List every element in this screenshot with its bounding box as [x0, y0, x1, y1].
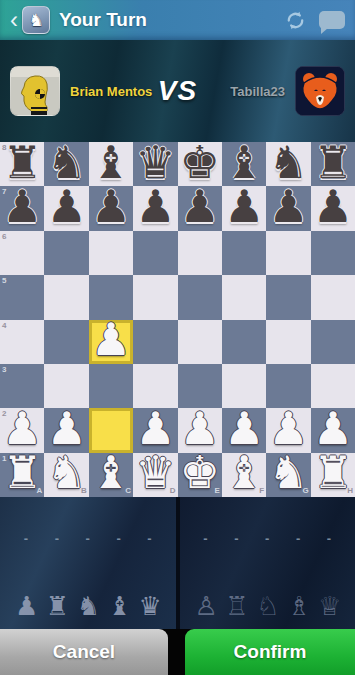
- piece-white-pawn: ♟: [224, 407, 264, 451]
- confirm-button[interactable]: Confirm: [185, 629, 355, 675]
- square-c4[interactable]: ♟: [89, 320, 133, 364]
- square-g1[interactable]: G♞: [266, 453, 310, 497]
- tray-right-dashes: -----: [186, 531, 350, 546]
- square-e6[interactable]: [178, 231, 222, 275]
- square-e5[interactable]: [178, 275, 222, 319]
- captured-count-empty: -: [15, 531, 37, 546]
- piece-black-pawn: ♟: [224, 185, 264, 229]
- action-bar: Cancel Confirm: [0, 629, 355, 675]
- square-a6[interactable]: 6: [0, 231, 44, 275]
- rank-label: 3: [2, 366, 6, 374]
- piece-black-queen: ♛: [135, 141, 175, 185]
- captured-count-empty: -: [194, 531, 216, 546]
- back-chevron-icon[interactable]: ‹: [10, 8, 18, 32]
- square-a5[interactable]: 5: [0, 275, 44, 319]
- square-c1[interactable]: C♝: [89, 453, 133, 497]
- top-nav-bar: ‹ ♞ Your Turn: [0, 0, 355, 40]
- knight-icon: ♞: [28, 10, 43, 30]
- tray-white-captures: ----- ♟♜♞♝♛: [0, 497, 176, 629]
- square-d5[interactable]: [133, 275, 177, 319]
- square-d6[interactable]: [133, 231, 177, 275]
- square-a7[interactable]: 7♟: [0, 186, 44, 230]
- captured-count-empty: -: [287, 531, 309, 546]
- page-title: Your Turn: [59, 9, 147, 31]
- file-label: B: [81, 487, 87, 495]
- piece-black-pawn: ♟: [91, 185, 131, 229]
- square-e7[interactable]: ♟: [178, 186, 222, 230]
- square-d7[interactable]: ♟: [133, 186, 177, 230]
- tray-left-pieces: ♟♜♞♝♛: [6, 591, 170, 621]
- square-c7[interactable]: ♟: [89, 186, 133, 230]
- tray-piece-queen: ♕: [318, 591, 340, 621]
- tray-piece-rook: ♜: [46, 591, 68, 621]
- piece-white-pawn: ♟: [313, 407, 353, 451]
- piece-white-pawn: ♟: [180, 407, 220, 451]
- square-f4[interactable]: [222, 320, 266, 364]
- tray-piece-pawn: ♙: [194, 591, 216, 621]
- chess-board: 8♜♞♝♛♚♝♞♜7♟♟♟♟♟♟♟♟654♟32♟♟♟♟♟♟♟1A♜B♞C♝D♛…: [0, 142, 355, 497]
- piece-black-rook: ♜: [2, 141, 42, 185]
- file-label: A: [37, 487, 43, 495]
- rank-label: 8: [2, 144, 6, 152]
- square-a1[interactable]: 1A♜: [0, 453, 44, 497]
- captured-count-empty: -: [46, 531, 68, 546]
- square-b4[interactable]: [44, 320, 88, 364]
- captured-count-empty: -: [139, 531, 161, 546]
- piece-black-bishop: ♝: [91, 141, 131, 185]
- piece-white-pawn: ♟: [46, 407, 86, 451]
- file-label: H: [347, 487, 353, 495]
- tray-black-captures: ----- ♙♖♘♗♕: [180, 497, 355, 629]
- rank-label: 1: [2, 455, 6, 463]
- refresh-icon[interactable]: [284, 9, 307, 32]
- square-b7[interactable]: ♟: [44, 186, 88, 230]
- rank-label: 4: [2, 322, 6, 330]
- square-b6[interactable]: [44, 231, 88, 275]
- file-label: E: [215, 487, 220, 495]
- captured-count-empty: -: [108, 531, 130, 546]
- tray-left-dashes: -----: [6, 531, 170, 546]
- piece-black-pawn: ♟: [2, 185, 42, 229]
- piece-white-pawn: ♟: [2, 407, 42, 451]
- rank-label: 6: [2, 233, 6, 241]
- vs-label: VS: [158, 75, 197, 107]
- player-white-avatar[interactable]: [10, 66, 60, 116]
- square-b5[interactable]: [44, 275, 88, 319]
- tray-piece-bishop: ♝: [108, 591, 130, 621]
- file-label: C: [125, 487, 131, 495]
- player-black-name: Tabilla23: [230, 84, 285, 99]
- piece-black-pawn: ♟: [180, 185, 220, 229]
- square-d1[interactable]: D♛: [133, 453, 177, 497]
- rank-label: 5: [2, 277, 6, 285]
- piece-black-pawn: ♟: [313, 185, 353, 229]
- square-f7[interactable]: ♟: [222, 186, 266, 230]
- captured-trays: ----- ♟♜♞♝♛ ----- ♙♖♘♗♕: [0, 497, 355, 629]
- square-d4[interactable]: [133, 320, 177, 364]
- piece-black-pawn: ♟: [268, 185, 308, 229]
- piece-black-king: ♚: [180, 141, 220, 185]
- piece-black-bishop: ♝: [224, 141, 264, 185]
- file-label: F: [259, 487, 264, 495]
- square-h4[interactable]: [311, 320, 355, 364]
- button-gap: [168, 629, 185, 675]
- piece-black-pawn: ♟: [46, 185, 86, 229]
- tray-piece-knight: ♘: [256, 591, 278, 621]
- tray-piece-queen: ♛: [139, 591, 161, 621]
- tray-piece-pawn: ♟: [15, 591, 37, 621]
- piece-black-knight: ♞: [268, 141, 308, 185]
- piece-white-pawn: ♟: [135, 407, 175, 451]
- square-c6[interactable]: [89, 231, 133, 275]
- square-g4[interactable]: [266, 320, 310, 364]
- piece-white-pawn: ♟: [268, 407, 308, 451]
- player-white-name: Brian Mentos: [70, 84, 152, 99]
- captured-count-empty: -: [225, 531, 247, 546]
- square-f1[interactable]: F♝: [222, 453, 266, 497]
- captured-count-empty: -: [256, 531, 278, 546]
- chat-icon[interactable]: [319, 11, 345, 29]
- tray-right-pieces: ♙♖♘♗♕: [186, 591, 350, 621]
- chess-app-screen: ‹ ♞ Your Turn: [0, 0, 355, 675]
- file-label: G: [302, 487, 308, 495]
- square-e1[interactable]: E♚: [178, 453, 222, 497]
- square-f5[interactable]: [222, 275, 266, 319]
- rank-label: 7: [2, 188, 6, 196]
- piece-black-pawn: ♟: [135, 185, 175, 229]
- square-h6[interactable]: [311, 231, 355, 275]
- file-label: D: [170, 487, 176, 495]
- piece-black-knight: ♞: [46, 141, 86, 185]
- player-black-avatar[interactable]: [295, 66, 345, 116]
- square-f6[interactable]: [222, 231, 266, 275]
- cancel-button[interactable]: Cancel: [0, 629, 168, 675]
- tray-piece-rook: ♖: [225, 591, 247, 621]
- square-b1[interactable]: B♞: [44, 453, 88, 497]
- square-h5[interactable]: [311, 275, 355, 319]
- square-a4[interactable]: 4: [0, 320, 44, 364]
- square-h7[interactable]: ♟: [311, 186, 355, 230]
- tray-piece-bishop: ♗: [287, 591, 309, 621]
- captured-count-empty: -: [77, 531, 99, 546]
- chess-app-icon: ♞: [22, 6, 50, 34]
- square-c3[interactable]: [89, 364, 133, 408]
- square-g5[interactable]: [266, 275, 310, 319]
- square-g7[interactable]: ♟: [266, 186, 310, 230]
- piece-white-bishop: ♝: [224, 451, 264, 495]
- square-g6[interactable]: [266, 231, 310, 275]
- rank-label: 2: [2, 410, 6, 418]
- piece-black-rook: ♜: [313, 141, 353, 185]
- captured-count-empty: -: [318, 531, 340, 546]
- square-e4[interactable]: [178, 320, 222, 364]
- players-strip: Brian Mentos VS Tabilla23: [0, 40, 355, 142]
- tray-piece-knight: ♞: [77, 591, 99, 621]
- square-h1[interactable]: H♜: [311, 453, 355, 497]
- piece-white-pawn: ♟: [91, 318, 131, 362]
